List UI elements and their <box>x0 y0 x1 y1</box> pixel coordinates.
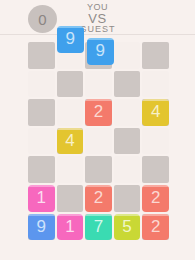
cell-r0c3[interactable] <box>114 42 141 69</box>
tile-1[interactable]: 1 <box>57 214 84 241</box>
cell-r4c1[interactable] <box>57 156 84 183</box>
cell-r6c4[interactable]: 2 <box>142 214 169 241</box>
tile-2[interactable]: 2 <box>85 99 112 126</box>
cell-r1c3[interactable] <box>114 71 141 98</box>
tile-2[interactable]: 2 <box>142 185 169 212</box>
game-screen: 0 YOU VS GUEST 24412291752 99 <box>0 0 195 260</box>
board[interactable]: 24412291752 <box>28 42 169 240</box>
cell-r2c4[interactable]: 4 <box>142 99 169 126</box>
header-divider <box>0 34 195 35</box>
tile-4[interactable]: 4 <box>142 99 169 126</box>
cell-r0c0[interactable] <box>28 42 55 69</box>
cell-r6c1[interactable]: 1 <box>57 214 84 241</box>
score-value: 0 <box>38 11 46 28</box>
tile-9[interactable]: 9 <box>28 214 55 241</box>
cell-r4c2[interactable] <box>85 156 112 183</box>
cell-r1c2[interactable] <box>85 71 112 98</box>
cell-r2c2[interactable]: 2 <box>85 99 112 126</box>
cell-r5c4[interactable]: 2 <box>142 185 169 212</box>
cell-r2c0[interactable] <box>28 99 55 126</box>
score-badge: 0 <box>28 5 57 33</box>
cell-r4c4[interactable] <box>142 156 169 183</box>
cell-r3c1[interactable]: 4 <box>57 128 84 155</box>
cell-r4c0[interactable] <box>28 156 55 183</box>
cell-r1c1[interactable] <box>57 71 84 98</box>
falling-tile-9-col1[interactable]: 9 <box>57 26 84 53</box>
tile-4[interactable]: 4 <box>57 128 84 155</box>
cell-r1c4[interactable] <box>142 71 169 98</box>
cell-r3c3[interactable] <box>114 128 141 155</box>
cell-r4c3[interactable] <box>114 156 141 183</box>
cell-r6c3[interactable]: 5 <box>114 214 141 241</box>
cell-r5c2[interactable]: 2 <box>85 185 112 212</box>
cell-r3c0[interactable] <box>28 128 55 155</box>
cell-r2c3[interactable] <box>114 99 141 126</box>
cell-r5c1[interactable] <box>57 185 84 212</box>
tile-1[interactable]: 1 <box>28 185 55 212</box>
cell-r1c0[interactable] <box>28 71 55 98</box>
cell-r3c2[interactable] <box>85 128 112 155</box>
falling-tile-9-col2[interactable]: 9 <box>87 38 114 65</box>
tile-2[interactable]: 2 <box>142 214 169 241</box>
cell-r5c0[interactable]: 1 <box>28 185 55 212</box>
cell-r5c3[interactable] <box>114 185 141 212</box>
cell-r6c2[interactable]: 7 <box>85 214 112 241</box>
cell-r3c4[interactable] <box>142 128 169 155</box>
tile-2[interactable]: 2 <box>85 185 112 212</box>
tile-5[interactable]: 5 <box>114 214 141 241</box>
cell-r0c4[interactable] <box>142 42 169 69</box>
cell-r2c1[interactable] <box>57 99 84 126</box>
cell-r6c0[interactable]: 9 <box>28 214 55 241</box>
tile-7[interactable]: 7 <box>85 214 112 241</box>
